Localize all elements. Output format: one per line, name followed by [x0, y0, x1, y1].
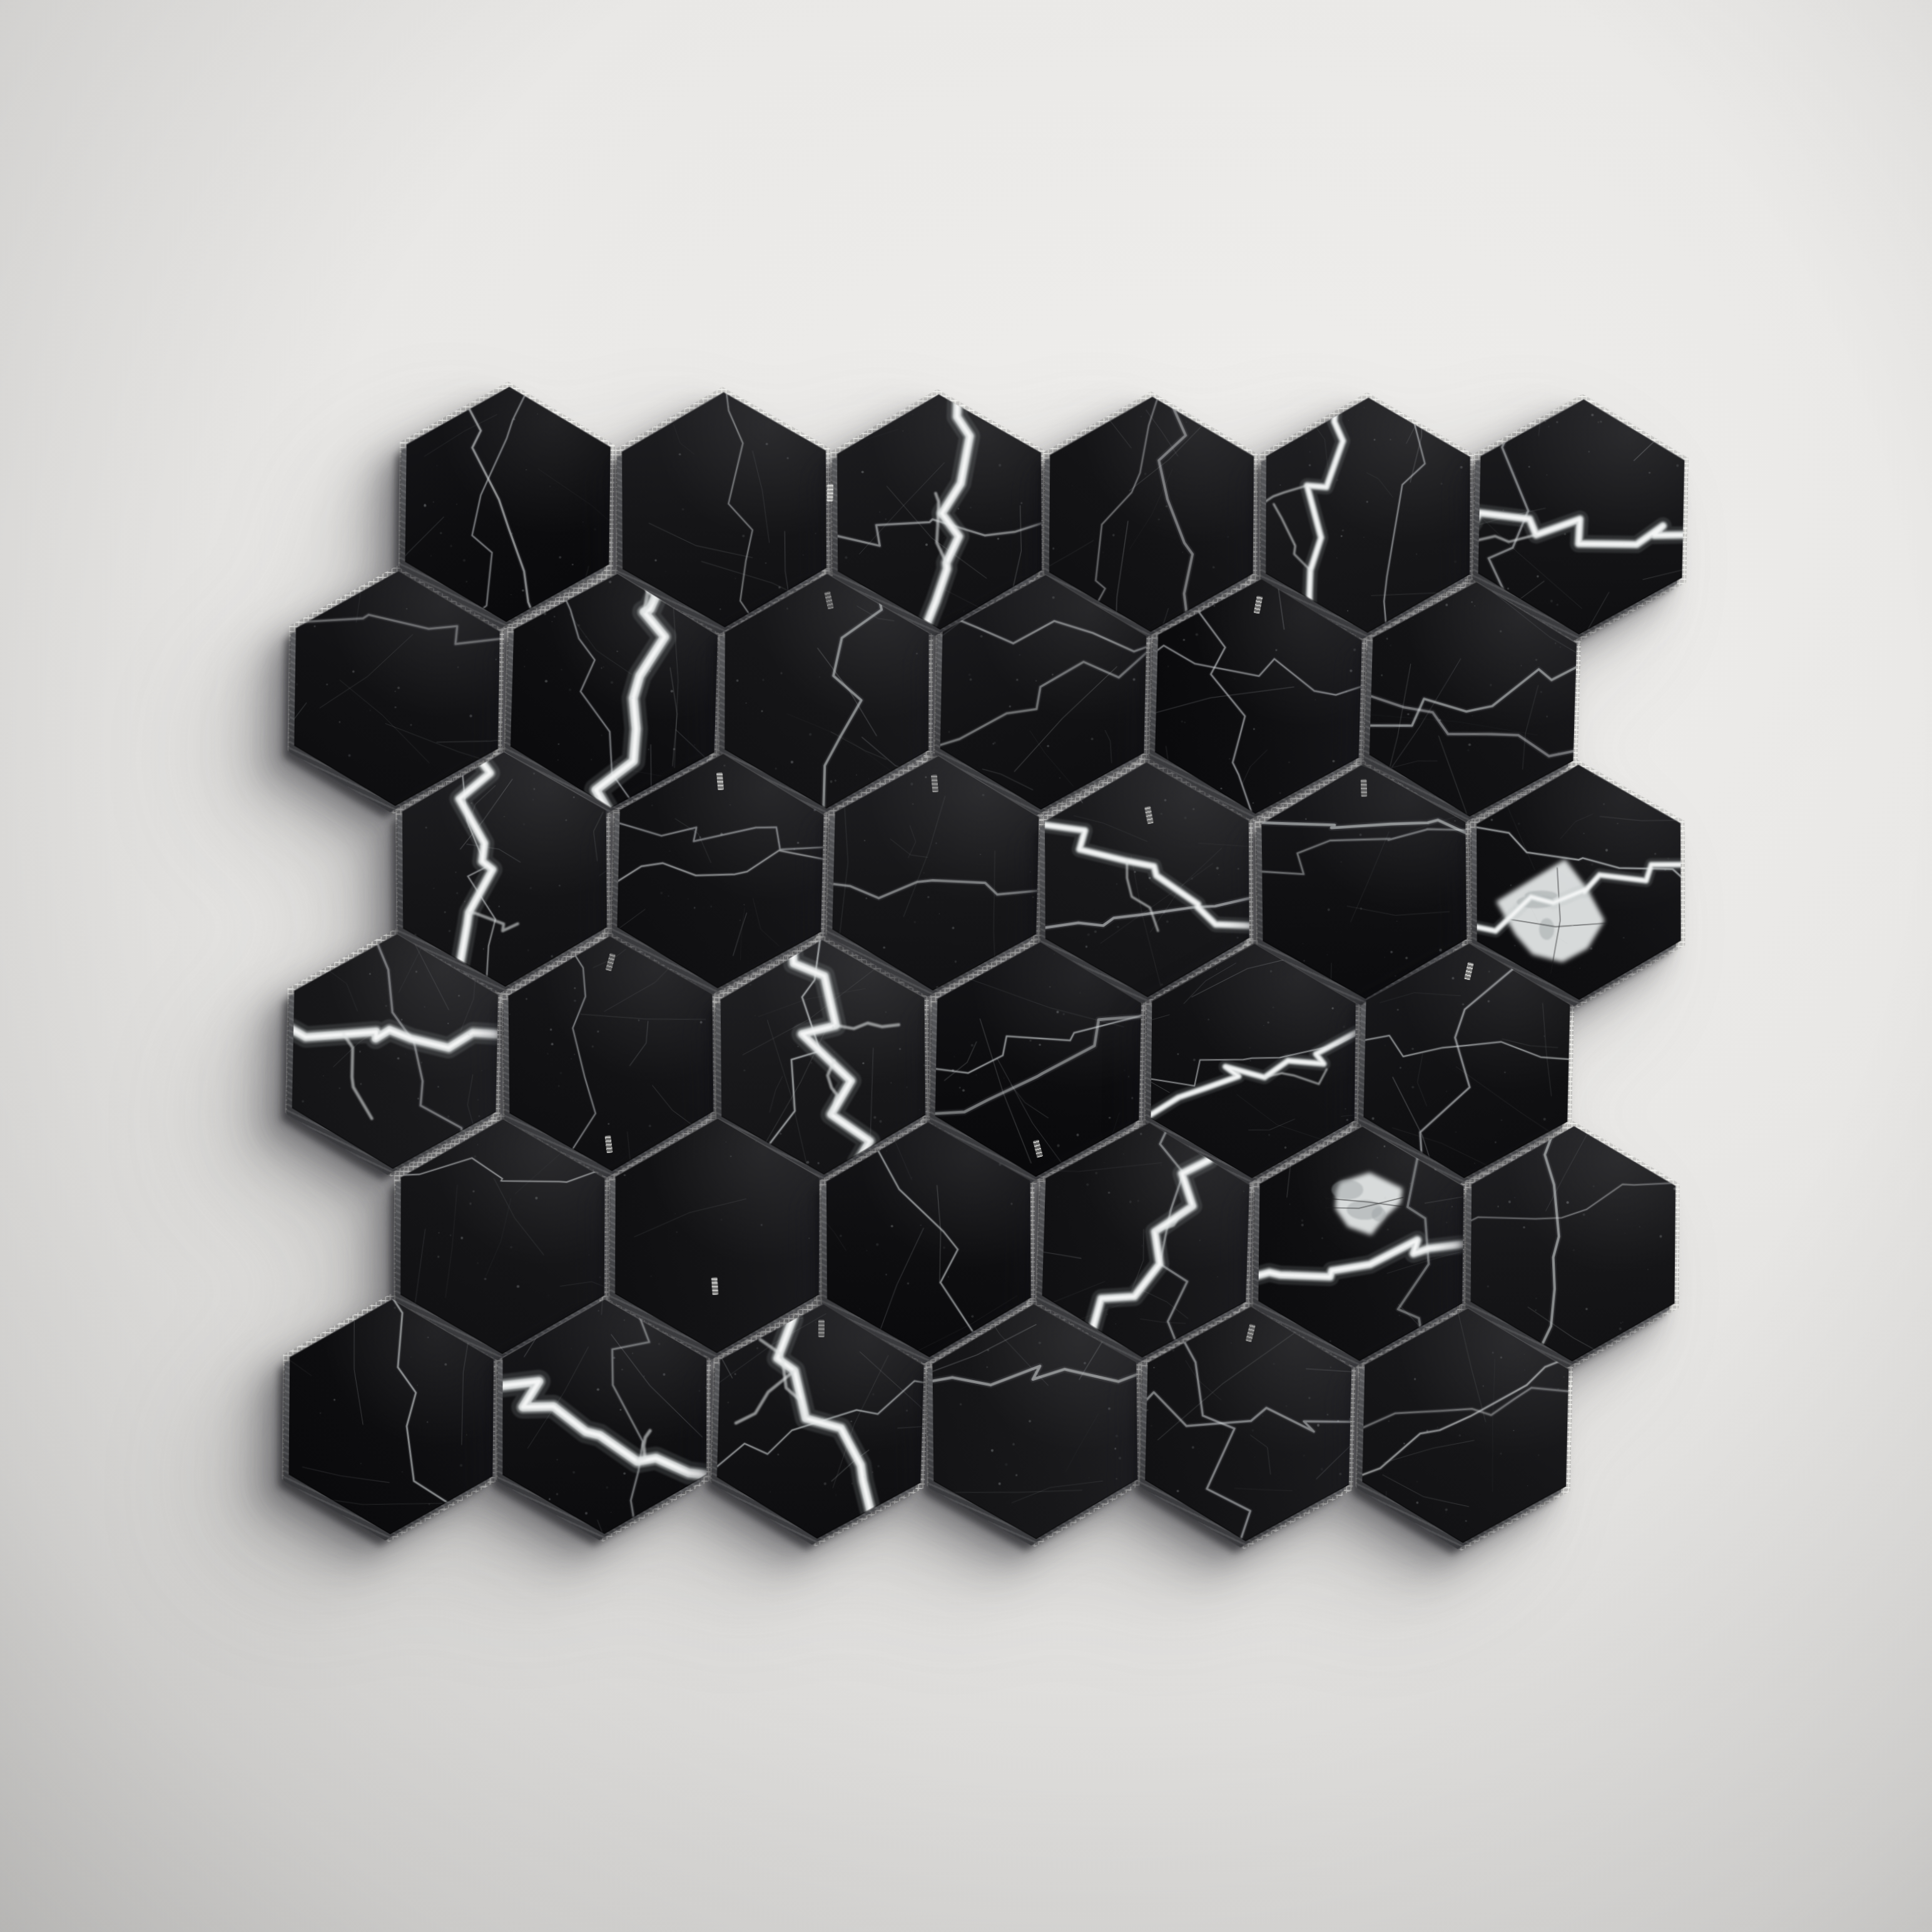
tile-r6c1 [288, 1298, 494, 1535]
mesh-chip [711, 1277, 719, 1295]
mesh-chip [818, 1319, 825, 1337]
mosaic-sheet [0, 0, 1932, 1932]
tile-r6c2 [502, 1299, 707, 1535]
photo-backdrop [0, 0, 1932, 1932]
tile-r6c4 [932, 1303, 1138, 1540]
tile-r6c6 [1361, 1306, 1570, 1545]
mesh-chip [826, 484, 833, 501]
mesh-chip [1361, 779, 1368, 796]
